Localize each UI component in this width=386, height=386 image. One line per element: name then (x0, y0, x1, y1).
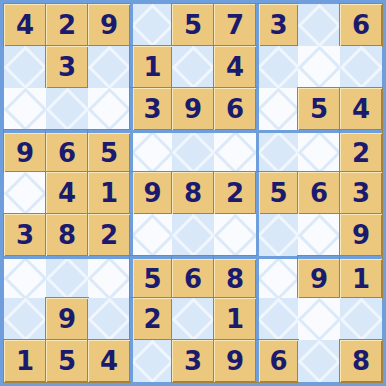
cell-r8c7[interactable] (256, 298, 298, 340)
cell-r4c8[interactable] (298, 130, 340, 172)
cell-r6c8[interactable] (298, 214, 340, 256)
cell-r9c6: 9 (214, 340, 256, 382)
cell-r5c9: 3 (340, 172, 382, 214)
cell-r3c6: 6 (214, 88, 256, 130)
cell-r6c7[interactable] (256, 214, 298, 256)
cell-r7c6: 8 (214, 256, 256, 298)
cell-r3c5: 9 (172, 88, 214, 130)
cell-r9c2: 5 (46, 340, 88, 382)
cell-r6c5[interactable] (172, 214, 214, 256)
cell-r1c3: 9 (88, 4, 130, 46)
cell-r2c3[interactable] (88, 46, 130, 88)
cell-r7c9: 1 (340, 256, 382, 298)
cell-r3c2[interactable] (46, 88, 88, 130)
cell-r2c2: 3 (46, 46, 88, 88)
cell-r7c3[interactable] (88, 256, 130, 298)
cell-r1c7: 3 (256, 4, 298, 46)
cell-r1c9: 6 (340, 4, 382, 46)
cell-r4c3: 5 (88, 130, 130, 172)
cell-r8c4: 2 (130, 298, 172, 340)
cell-r5c2: 4 (46, 172, 88, 214)
cell-r3c7[interactable] (256, 88, 298, 130)
cell-r7c2[interactable] (46, 256, 88, 298)
cell-r9c8[interactable] (298, 340, 340, 382)
cell-r8c8[interactable] (298, 298, 340, 340)
cell-r9c9: 8 (340, 340, 382, 382)
cell-r8c5[interactable] (172, 298, 214, 340)
cell-r2c9[interactable] (340, 46, 382, 88)
cell-r8c3[interactable] (88, 298, 130, 340)
cell-r4c6[interactable] (214, 130, 256, 172)
cell-r7c8: 9 (298, 256, 340, 298)
cell-r5c8: 6 (298, 172, 340, 214)
cell-r3c1[interactable] (4, 88, 46, 130)
cell-r7c5: 6 (172, 256, 214, 298)
cell-r6c6[interactable] (214, 214, 256, 256)
cell-r5c6: 2 (214, 172, 256, 214)
cell-r5c1[interactable] (4, 172, 46, 214)
cell-r9c5: 3 (172, 340, 214, 382)
cell-r5c3: 1 (88, 172, 130, 214)
cell-r6c9: 9 (340, 214, 382, 256)
cell-r2c7[interactable] (256, 46, 298, 88)
cell-r3c8: 5 (298, 88, 340, 130)
cell-r7c7[interactable] (256, 256, 298, 298)
cell-r7c1[interactable] (4, 256, 46, 298)
cell-r7c4: 5 (130, 256, 172, 298)
cell-r9c7: 6 (256, 340, 298, 382)
cell-r4c9: 2 (340, 130, 382, 172)
cell-r1c6: 7 (214, 4, 256, 46)
cell-r3c3[interactable] (88, 88, 130, 130)
cell-r9c1: 1 (4, 340, 46, 382)
cell-r1c4[interactable] (130, 4, 172, 46)
cell-r5c7: 5 (256, 172, 298, 214)
cell-r1c8[interactable] (298, 4, 340, 46)
cell-r1c2: 2 (46, 4, 88, 46)
cell-r9c3: 4 (88, 340, 130, 382)
cell-r2c1[interactable] (4, 46, 46, 88)
cell-r1c1: 4 (4, 4, 46, 46)
cell-r3c4: 3 (130, 88, 172, 130)
cell-r5c5: 8 (172, 172, 214, 214)
cell-r8c6: 1 (214, 298, 256, 340)
cell-r8c2: 9 (46, 298, 88, 340)
cell-r8c9[interactable] (340, 298, 382, 340)
cell-r6c4[interactable] (130, 214, 172, 256)
cell-r6c3: 2 (88, 214, 130, 256)
sudoku-board: 4295736314396549652419825633829568919211… (0, 0, 386, 386)
cell-r4c1: 9 (4, 130, 46, 172)
cell-r4c7[interactable] (256, 130, 298, 172)
cell-r4c4[interactable] (130, 130, 172, 172)
cell-r8c1[interactable] (4, 298, 46, 340)
cell-r2c5[interactable] (172, 46, 214, 88)
cell-r1c5: 5 (172, 4, 214, 46)
cell-r6c2: 8 (46, 214, 88, 256)
cell-r2c6: 4 (214, 46, 256, 88)
cell-r4c5[interactable] (172, 130, 214, 172)
cell-r2c8[interactable] (298, 46, 340, 88)
cell-r4c2: 6 (46, 130, 88, 172)
cell-r3c9: 4 (340, 88, 382, 130)
cell-r6c1: 3 (4, 214, 46, 256)
cell-r5c4: 9 (130, 172, 172, 214)
cell-r9c4[interactable] (130, 340, 172, 382)
cell-r2c4: 1 (130, 46, 172, 88)
